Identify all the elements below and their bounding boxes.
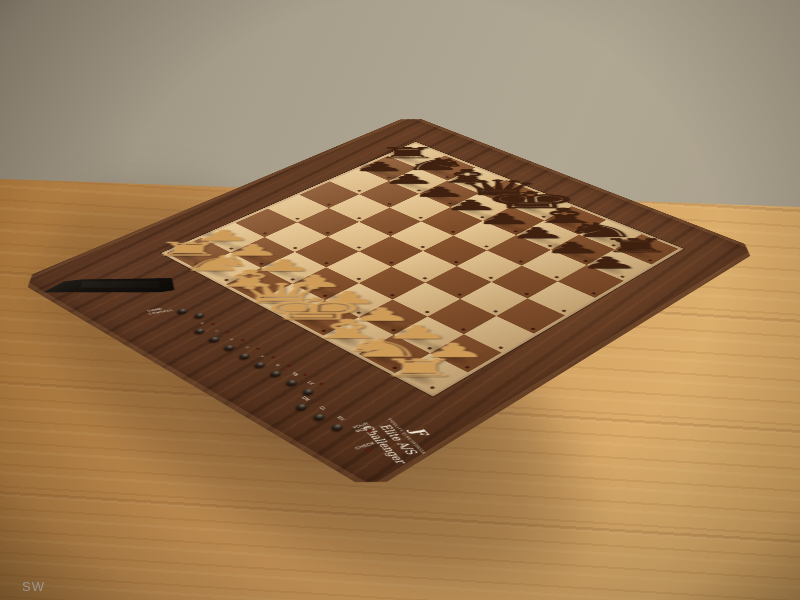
- lcd-display-wedge: [38, 278, 178, 292]
- game-control-button-2[interactable]: [193, 312, 206, 319]
- square-led: [554, 276, 560, 279]
- button-label: ♘: [213, 329, 220, 333]
- option-button-rv[interactable]: [330, 423, 345, 432]
- square-led: [387, 203, 392, 205]
- square-led: [453, 261, 459, 264]
- status-led: [365, 449, 372, 453]
- button-led: [211, 323, 216, 325]
- panel-button-1[interactable]: [193, 328, 207, 335]
- button-led: [271, 356, 276, 359]
- square-led: [450, 231, 455, 234]
- square-led: [524, 293, 530, 296]
- button-led: [225, 331, 230, 333]
- status-led-label: CHECK: [354, 441, 376, 450]
- piece-glyph: ♜: [352, 356, 488, 381]
- square-led: [326, 203, 331, 205]
- scene-stage: GAME CONTROL Ƒ FIDELITY ELECTRONICS Elit…: [0, 0, 800, 600]
- button-led: [303, 374, 308, 377]
- option-button-dm[interactable]: [294, 403, 309, 411]
- square-led: [325, 232, 330, 235]
- button-led: [287, 365, 292, 368]
- button-label: RV: [336, 416, 346, 422]
- square-led: [295, 217, 300, 219]
- square-led: [388, 231, 393, 234]
- square-led: [356, 217, 361, 219]
- button-label: ♔: [274, 363, 281, 367]
- button-led: [319, 382, 324, 385]
- square-led: [493, 310, 499, 313]
- button-label: DM: [301, 396, 311, 402]
- square-led: [561, 309, 567, 312]
- button-label: TB: [290, 372, 299, 377]
- branding: Ƒ FIDELITY ELECTRONICS Elite A/S Challen…: [352, 405, 452, 472]
- lcd-screen: [80, 281, 160, 288]
- button-label: ♖: [243, 346, 250, 350]
- button-label: ♗: [228, 338, 235, 342]
- chess-computer-unit: GAME CONTROL Ƒ FIDELITY ELECTRONICS Elit…: [17, 115, 760, 492]
- square-led: [488, 276, 494, 279]
- piece-glyph: ♟: [547, 255, 671, 271]
- button-label: LV: [306, 381, 315, 386]
- square-led: [591, 292, 597, 295]
- panel-button-7[interactable]: [285, 379, 299, 387]
- square-led: [422, 277, 428, 280]
- button-label: CL: [318, 406, 327, 411]
- square-led: [420, 246, 426, 249]
- button-led: [256, 347, 261, 349]
- square-led: [418, 216, 423, 218]
- panel-button-8[interactable]: [301, 388, 316, 396]
- photo-of-chess-computer: GAME CONTROL Ƒ FIDELITY ELECTRONICS Elit…: [0, 0, 800, 600]
- button-label: ♕: [259, 354, 266, 358]
- square-led: [484, 245, 490, 248]
- square-led: [357, 190, 362, 192]
- square-led: [530, 327, 536, 330]
- watermark: SW: [22, 579, 45, 594]
- square-led: [356, 246, 362, 249]
- panel-button-2[interactable]: [208, 336, 222, 343]
- square-led: [518, 260, 524, 263]
- panel-button-5[interactable]: [253, 361, 267, 369]
- panel-button-6[interactable]: [269, 370, 283, 378]
- square-led: [457, 293, 463, 296]
- panel-button-3[interactable]: [222, 344, 236, 351]
- option-button-cl[interactable]: [312, 413, 327, 421]
- panel-button-4[interactable]: [238, 353, 252, 361]
- square-led: [389, 261, 395, 264]
- button-led: [240, 339, 245, 341]
- button-label: ♙: [199, 321, 206, 325]
